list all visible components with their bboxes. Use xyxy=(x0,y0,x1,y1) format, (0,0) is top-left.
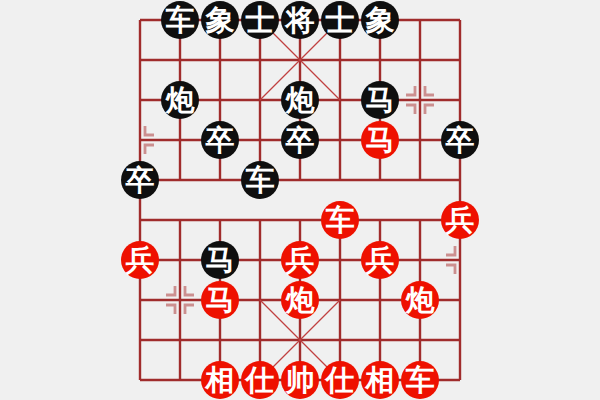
piece-black-cannon[interactable]: 炮 xyxy=(161,81,199,119)
piece-red-chariot[interactable]: 车 xyxy=(321,201,359,239)
piece-red-soldier[interactable]: 兵 xyxy=(281,241,319,279)
piece-red-cannon[interactable]: 炮 xyxy=(281,281,319,319)
piece-red-soldier[interactable]: 兵 xyxy=(121,241,159,279)
piece-black-advisor[interactable]: 士 xyxy=(241,1,279,39)
piece-black-advisor[interactable]: 士 xyxy=(321,1,359,39)
piece-black-chariot[interactable]: 车 xyxy=(161,1,199,39)
xiangqi-board[interactable]: 车象士将士象炮炮马卒卒马卒卒车车兵兵马兵兵马炮炮相仕帅仕相车 xyxy=(0,0,600,400)
pieces-layer: 车象士将士象炮炮马卒卒马卒卒车车兵兵马兵兵马炮炮相仕帅仕相车 xyxy=(120,0,480,400)
piece-black-elephant[interactable]: 象 xyxy=(201,1,239,39)
piece-black-horse[interactable]: 马 xyxy=(201,241,239,279)
piece-black-cannon[interactable]: 炮 xyxy=(281,81,319,119)
piece-red-horse[interactable]: 马 xyxy=(201,281,239,319)
piece-red-cannon[interactable]: 炮 xyxy=(401,281,439,319)
piece-red-elephant[interactable]: 相 xyxy=(201,361,239,399)
piece-red-chariot[interactable]: 车 xyxy=(401,361,439,399)
piece-black-soldier[interactable]: 卒 xyxy=(121,161,159,199)
piece-red-advisor[interactable]: 仕 xyxy=(241,361,279,399)
piece-red-advisor[interactable]: 仕 xyxy=(321,361,359,399)
piece-black-soldier[interactable]: 卒 xyxy=(281,121,319,159)
piece-red-soldier[interactable]: 兵 xyxy=(441,201,479,239)
piece-black-soldier[interactable]: 卒 xyxy=(441,121,479,159)
piece-black-chariot[interactable]: 车 xyxy=(241,161,279,199)
piece-black-general[interactable]: 将 xyxy=(281,1,319,39)
piece-red-elephant[interactable]: 相 xyxy=(361,361,399,399)
piece-black-horse[interactable]: 马 xyxy=(361,81,399,119)
xiangqi-app-screen: 车象士将士象炮炮马卒卒马卒卒车车兵兵马兵兵马炮炮相仕帅仕相车 xyxy=(0,0,600,400)
piece-black-soldier[interactable]: 卒 xyxy=(201,121,239,159)
piece-black-elephant[interactable]: 象 xyxy=(361,1,399,39)
piece-red-soldier[interactable]: 兵 xyxy=(361,241,399,279)
piece-red-general[interactable]: 帅 xyxy=(281,361,319,399)
piece-red-horse[interactable]: 马 xyxy=(361,121,399,159)
